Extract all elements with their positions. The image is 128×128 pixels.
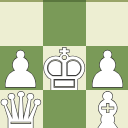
white-queen-icon[interactable]: ♛ — [0, 92, 43, 128]
chess-board-screenshot: ♟ ♚ ♟ ♛ ♝ — [0, 0, 128, 128]
chess-board: ♟ ♚ ♟ ♛ ♝ — [0, 2, 128, 128]
square-h3[interactable] — [86, 2, 128, 46]
edge-segment — [43, 0, 87, 2]
white-bishop-icon[interactable]: ♝ — [86, 92, 128, 128]
square-h1[interactable]: ♝ — [86, 90, 128, 128]
square-g1[interactable] — [43, 90, 87, 128]
edge-segment — [86, 0, 128, 2]
square-g2[interactable]: ♚ — [43, 46, 87, 90]
square-f1[interactable]: ♛ — [0, 90, 43, 128]
board-top-edge — [0, 0, 128, 2]
square-f3[interactable] — [0, 2, 43, 46]
edge-segment — [0, 0, 43, 2]
white-king-icon[interactable]: ♚ — [43, 48, 87, 92]
